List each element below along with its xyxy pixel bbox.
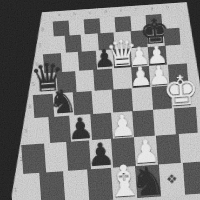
square-h4: ♚ [171, 84, 192, 108]
file-label-e: e [120, 9, 123, 13]
file-label-b: b [73, 12, 76, 16]
square-c6 [78, 51, 97, 71]
square-g6: ♟ [148, 46, 167, 66]
square-e7 [114, 31, 132, 49]
square-a3 [27, 117, 50, 144]
square-f4 [131, 87, 152, 111]
square-d5 [94, 69, 114, 91]
square-a7 [48, 36, 66, 54]
square-e4 [112, 88, 133, 112]
file-label-d: d [104, 10, 107, 14]
square-c7 [81, 33, 99, 51]
rank-label-4: 4 [28, 104, 32, 109]
square-h7 [163, 28, 181, 46]
square-e5 [112, 67, 132, 89]
square-e1: ♝ [111, 166, 137, 200]
square-g4 [151, 85, 172, 109]
square-a2 [21, 143, 45, 173]
square-a5: ♛ [38, 72, 58, 94]
rank-label-8: 8 [41, 27, 45, 32]
square-h8 [161, 13, 178, 29]
square-b2 [44, 142, 68, 172]
square-d2: ♟ [89, 139, 113, 169]
square-f2: ♟ [133, 136, 157, 166]
square-h5 [168, 63, 188, 85]
square-d8 [99, 17, 116, 33]
square-f6: ♟ [130, 47, 149, 67]
square-d6: ♟ [95, 49, 114, 69]
square-a6 [43, 53, 62, 73]
square-b1 [39, 171, 65, 200]
square-g1: ❖ [159, 163, 185, 197]
square-g5: ♟ [149, 65, 169, 87]
square-f3 [132, 110, 155, 137]
square-c5 [75, 70, 95, 92]
square-e6: ♛ [113, 48, 132, 68]
square-d1 [87, 168, 113, 200]
rank-label-7: 7 [38, 43, 42, 48]
file-label-f: f [135, 8, 137, 12]
chess-board: ♚♟♛♟♟♛♟♟♞♚♟♟♟♟♝♞❖87654321abcdefgh [0, 0, 200, 200]
square-b6 [60, 52, 79, 72]
square-c8 [84, 18, 101, 34]
square-h1 [183, 161, 200, 195]
square-c2 [66, 140, 90, 170]
square-a4 [33, 94, 54, 118]
square-a1 [15, 173, 41, 200]
square-g7: ♚ [146, 29, 164, 47]
square-c1 [63, 170, 89, 200]
square-f8 [130, 15, 147, 31]
square-f1: ♞ [135, 164, 161, 198]
square-e8 [115, 16, 132, 32]
square-f5: ♟ [131, 66, 151, 88]
square-g8 [145, 14, 162, 30]
rank-label-5: 5 [32, 81, 36, 86]
square-c4 [72, 91, 93, 115]
square-h2 [178, 132, 200, 162]
square-f7 [130, 30, 148, 48]
square-a8 [53, 20, 70, 36]
square-b4: ♞ [52, 92, 73, 116]
square-c3: ♟ [69, 114, 92, 141]
square-b7 [64, 35, 82, 53]
square-h6 [165, 45, 184, 65]
square-b5 [56, 71, 76, 93]
chess-photo: ♚♟♛♟♟♛♟♟♞♚♟♟♟♟♝♞❖87654321abcdefgh [0, 0, 200, 200]
square-d4 [92, 90, 113, 114]
file-label-c: c [89, 11, 91, 15]
square-e2 [111, 137, 135, 167]
square-d7 [97, 32, 115, 50]
square-g3 [153, 108, 176, 135]
square-d3 [90, 113, 113, 140]
file-label-g: g [151, 7, 154, 11]
rank-label-6: 6 [35, 61, 39, 66]
square-g2 [156, 134, 180, 164]
file-label-h: h [166, 5, 169, 9]
square-b8 [68, 19, 85, 35]
square-e3: ♟ [111, 111, 134, 138]
file-label-a: a [58, 13, 61, 17]
square-b3 [48, 116, 71, 143]
square-h3 [174, 107, 197, 134]
corner-ornament-icon: ❖ [166, 173, 179, 187]
